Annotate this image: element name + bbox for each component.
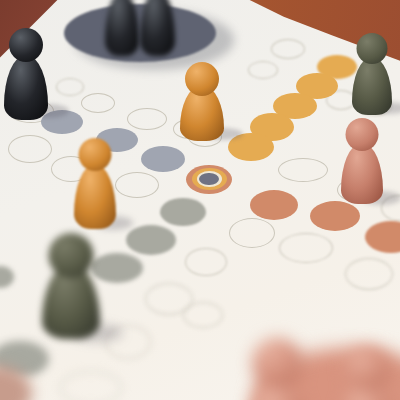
orange-pawn-track-1[interactable] xyxy=(180,62,224,141)
olive-pawn-track-1[interactable] xyxy=(352,33,392,115)
olive-pawn-track-1-head xyxy=(357,33,388,64)
salmon-pawn-home-2-head xyxy=(345,346,390,391)
olive-pawn-track-1-body xyxy=(352,58,392,115)
track-circle[interactable] xyxy=(278,158,328,182)
salmon-pawn-home-1[interactable] xyxy=(245,338,309,400)
orange-pawn-track-2-body xyxy=(74,165,116,229)
finish-circle-salmon[interactable] xyxy=(310,201,360,231)
finish-circle-sage[interactable] xyxy=(0,266,14,288)
black-pawn-home-2[interactable] xyxy=(140,0,175,56)
finish-circle-sage[interactable] xyxy=(160,198,206,226)
track-circle[interactable] xyxy=(60,371,122,400)
salmon-pawn-home-1-head xyxy=(252,338,302,388)
finish-circle-slate[interactable] xyxy=(141,146,185,172)
track-circle[interactable] xyxy=(279,233,333,263)
salmon-pawn-track-body xyxy=(341,144,383,204)
track-circle[interactable] xyxy=(345,258,393,290)
finish-circle-salmon[interactable] xyxy=(250,190,298,220)
track-circle[interactable] xyxy=(248,61,278,79)
black-pawn-track-head xyxy=(9,28,43,62)
scene xyxy=(0,0,400,400)
track-circle[interactable] xyxy=(271,39,305,59)
board-grid xyxy=(0,0,400,400)
orange-pawn-track-1-head xyxy=(185,62,219,96)
black-pawn-home-1-body xyxy=(105,0,139,56)
track-circle[interactable] xyxy=(81,93,115,113)
salmon-pawn-track[interactable] xyxy=(341,118,383,204)
track-circle[interactable] xyxy=(185,248,227,276)
black-pawn-track-body xyxy=(4,56,48,120)
olive-pawn-track-2[interactable] xyxy=(42,233,100,339)
track-circle[interactable] xyxy=(183,302,223,328)
salmon-pawn-home-2[interactable] xyxy=(338,346,396,400)
black-pawn-track[interactable] xyxy=(4,28,48,120)
track-circle[interactable] xyxy=(56,78,84,96)
track-circle[interactable] xyxy=(115,172,159,198)
salmon-pawn-track-head xyxy=(346,118,379,151)
track-circle[interactable] xyxy=(8,135,52,163)
orange-pawn-track-2-head xyxy=(79,138,112,171)
olive-pawn-track-2-head xyxy=(49,233,94,278)
orange-pawn-track-2[interactable] xyxy=(74,138,116,229)
black-pawn-home-1[interactable] xyxy=(105,0,139,56)
finish-circle-salmon[interactable] xyxy=(365,221,400,253)
track-circle[interactable] xyxy=(127,108,167,130)
track-circle[interactable] xyxy=(229,218,275,248)
black-pawn-home-2-body xyxy=(140,0,175,56)
finish-circle-sage[interactable] xyxy=(126,225,176,255)
